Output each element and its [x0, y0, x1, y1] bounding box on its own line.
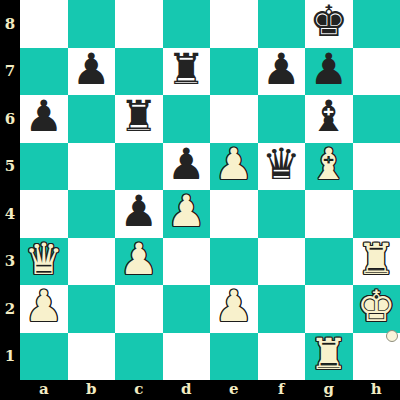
black-pawn-f7[interactable]: ♟ — [262, 48, 301, 91]
square-d1[interactable] — [163, 333, 211, 381]
file-label-f: f — [258, 380, 306, 400]
square-c4[interactable]: ♟ — [115, 190, 163, 238]
rank-label-3: 3 — [0, 238, 20, 286]
white-king-h2[interactable]: ♚ — [357, 285, 396, 328]
square-c8[interactable] — [115, 0, 163, 48]
black-pawn-c4[interactable]: ♟ — [119, 190, 158, 233]
chess-board: ♚♟♜♟♟♟♜♝♟♟♛♝♟♟♛♟♜♟♟♚♜ — [20, 0, 400, 380]
square-f8[interactable] — [258, 0, 306, 48]
square-g3[interactable] — [305, 238, 353, 286]
white-rook-h3[interactable]: ♜ — [357, 238, 396, 281]
square-h7[interactable] — [353, 48, 400, 96]
square-g7[interactable]: ♟ — [305, 48, 353, 96]
square-b6[interactable] — [68, 95, 116, 143]
rank-label-4: 4 — [0, 190, 20, 238]
square-a7[interactable] — [20, 48, 68, 96]
square-a1[interactable] — [20, 333, 68, 381]
square-f3[interactable] — [258, 238, 306, 286]
board-frame: 87654321 ♚♟♜♟♟♟♜♝♟♟♛♝♟♟♛♟♜♟♟♚♜ abcdefgh — [0, 0, 400, 400]
square-e1[interactable] — [210, 333, 258, 381]
square-d8[interactable] — [163, 0, 211, 48]
white-pawn-c3[interactable]: ♟ — [119, 238, 158, 281]
square-d7[interactable]: ♜ — [163, 48, 211, 96]
square-d6[interactable] — [163, 95, 211, 143]
black-pawn-d5[interactable]: ♟ — [167, 143, 206, 186]
square-e7[interactable] — [210, 48, 258, 96]
square-c3[interactable]: ♟ — [115, 238, 163, 286]
square-c1[interactable] — [115, 333, 163, 381]
rank-label-7: 7 — [0, 48, 20, 96]
black-queen-f5[interactable]: ♛ — [262, 143, 301, 186]
file-label-d: d — [163, 380, 211, 400]
square-g4[interactable] — [305, 190, 353, 238]
square-c7[interactable] — [115, 48, 163, 96]
file-label-g: g — [305, 380, 353, 400]
file-label-h: h — [353, 380, 400, 400]
square-h2[interactable]: ♚ — [353, 285, 400, 333]
square-h5[interactable] — [353, 143, 400, 191]
square-b4[interactable] — [68, 190, 116, 238]
white-pawn-e2[interactable]: ♟ — [214, 285, 253, 328]
square-f4[interactable] — [258, 190, 306, 238]
rank-label-8: 8 — [0, 0, 20, 48]
square-b8[interactable] — [68, 0, 116, 48]
square-a3[interactable]: ♛ — [20, 238, 68, 286]
square-h3[interactable]: ♜ — [353, 238, 400, 286]
black-pawn-g7[interactable]: ♟ — [309, 48, 348, 91]
file-labels: abcdefgh — [20, 380, 400, 400]
square-f1[interactable] — [258, 333, 306, 381]
rank-label-5: 5 — [0, 143, 20, 191]
square-g2[interactable] — [305, 285, 353, 333]
square-h4[interactable] — [353, 190, 400, 238]
white-bishop-g5[interactable]: ♝ — [309, 143, 348, 186]
square-f2[interactable] — [258, 285, 306, 333]
square-a4[interactable] — [20, 190, 68, 238]
square-h8[interactable] — [353, 0, 400, 48]
black-rook-d7[interactable]: ♜ — [167, 48, 206, 91]
square-b1[interactable] — [68, 333, 116, 381]
square-c2[interactable] — [115, 285, 163, 333]
square-e3[interactable] — [210, 238, 258, 286]
square-b7[interactable]: ♟ — [68, 48, 116, 96]
square-g5[interactable]: ♝ — [305, 143, 353, 191]
square-g8[interactable]: ♚ — [305, 0, 353, 48]
file-label-a: a — [20, 380, 68, 400]
square-f6[interactable] — [258, 95, 306, 143]
square-d2[interactable] — [163, 285, 211, 333]
square-a6[interactable]: ♟ — [20, 95, 68, 143]
white-pawn-a2[interactable]: ♟ — [24, 285, 63, 328]
square-d4[interactable]: ♟ — [163, 190, 211, 238]
file-label-e: e — [210, 380, 258, 400]
file-label-c: c — [115, 380, 163, 400]
square-e4[interactable] — [210, 190, 258, 238]
square-g6[interactable]: ♝ — [305, 95, 353, 143]
square-f5[interactable]: ♛ — [258, 143, 306, 191]
square-e2[interactable]: ♟ — [210, 285, 258, 333]
square-d5[interactable]: ♟ — [163, 143, 211, 191]
square-f7[interactable]: ♟ — [258, 48, 306, 96]
white-pawn-e5[interactable]: ♟ — [214, 143, 253, 186]
square-d3[interactable] — [163, 238, 211, 286]
black-bishop-g6[interactable]: ♝ — [309, 95, 348, 138]
square-e5[interactable]: ♟ — [210, 143, 258, 191]
black-rook-c6[interactable]: ♜ — [119, 95, 158, 138]
white-queen-a3[interactable]: ♛ — [24, 238, 63, 281]
square-a5[interactable] — [20, 143, 68, 191]
square-g1[interactable]: ♜ — [305, 333, 353, 381]
file-label-b: b — [68, 380, 116, 400]
white-pawn-d4[interactable]: ♟ — [167, 190, 206, 233]
square-a2[interactable]: ♟ — [20, 285, 68, 333]
white-rook-g1[interactable]: ♜ — [309, 333, 348, 376]
square-b2[interactable] — [68, 285, 116, 333]
square-a8[interactable] — [20, 0, 68, 48]
black-king-g8[interactable]: ♚ — [309, 0, 348, 43]
black-pawn-a6[interactable]: ♟ — [24, 95, 63, 138]
rank-labels: 87654321 — [0, 0, 20, 380]
square-h6[interactable] — [353, 95, 400, 143]
square-b3[interactable] — [68, 238, 116, 286]
rank-label-1: 1 — [0, 333, 20, 381]
square-c5[interactable] — [115, 143, 163, 191]
side-to-move-indicator — [386, 330, 398, 342]
rank-label-6: 6 — [0, 95, 20, 143]
square-c6[interactable]: ♜ — [115, 95, 163, 143]
square-e6[interactable] — [210, 95, 258, 143]
square-e8[interactable] — [210, 0, 258, 48]
square-b5[interactable] — [68, 143, 116, 191]
black-pawn-b7[interactable]: ♟ — [72, 48, 111, 91]
rank-label-2: 2 — [0, 285, 20, 333]
